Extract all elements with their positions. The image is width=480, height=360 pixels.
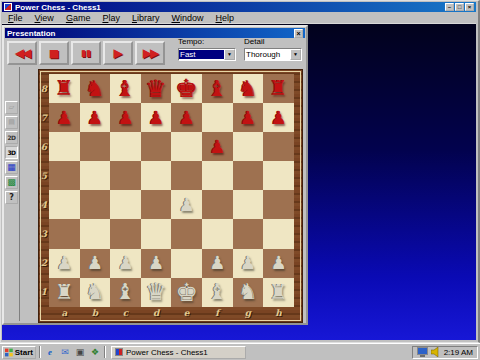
notation-button[interactable]: ▤ [5,116,18,129]
square-e1[interactable]: ♚ [171,278,202,307]
square-b3[interactable] [80,219,111,248]
square-a2[interactable]: ♟ [49,249,80,278]
file-label-h: h [263,308,294,318]
white-knight-piece: ♞ [238,281,258,303]
taskbar-divider [39,346,41,358]
presentation-window: Presentation × ◀◀■▮▮▶▶▶ Tempo: Fast ▼ De… [2,25,308,325]
app-window: Power Chess - Chess1 – □ × FileViewGameP… [0,0,480,343]
square-e3[interactable] [171,219,202,248]
display-settings-icon[interactable] [417,347,428,357]
square-h1[interactable]: ♜ [263,278,294,307]
square-d7[interactable]: ♟ [141,103,172,132]
square-e5[interactable] [171,161,202,190]
white-king-piece: ♚ [175,280,197,305]
detail-label: Detail [244,37,302,46]
window-title: Power Chess - Chess1 [15,3,101,12]
square-b1[interactable]: ♞ [80,278,111,307]
square-h2[interactable]: ♟ [263,249,294,278]
square-f6[interactable]: ♟ [202,132,233,161]
black-pawn-piece: ♟ [117,109,133,127]
detail-select[interactable]: Thorough ▼ [244,48,302,61]
square-a8[interactable]: ♜ [49,74,80,103]
square-e8[interactable]: ♚ [171,74,202,103]
square-d5[interactable] [141,161,172,190]
close-button[interactable]: × [465,3,474,11]
windows-flag-icon [5,348,13,357]
white-bishop-piece: ♝ [207,281,227,303]
square-g5[interactable] [233,161,264,190]
square-h6[interactable] [263,132,294,161]
white-pawn-piece: ♟ [270,254,286,272]
black-queen-piece: ♛ [145,77,167,101]
rank-label-2: 2 [41,258,47,268]
start-button[interactable]: Start [2,346,36,359]
square-c8[interactable]: ♝ [110,74,141,103]
square-a4[interactable] [49,190,80,219]
square-d3[interactable] [141,219,172,248]
square-g4[interactable] [233,190,264,219]
transport-controls: ◀◀■▮▮▶▶▶ [7,41,165,65]
white-pawn-piece: ♟ [56,254,72,272]
pause-icon: ▮▮ [81,49,91,58]
square-h4[interactable] [263,190,294,219]
app-icon [4,3,12,11]
internet-explorer-icon[interactable]: e [44,346,56,358]
piece-set-button[interactable]: ▩ [5,176,18,189]
square-d6[interactable] [141,132,172,161]
square-e7[interactable]: ♟ [171,103,202,132]
stop-icon: ■ [49,48,59,59]
square-a5[interactable] [49,161,80,190]
square-c2[interactable]: ♟ [110,249,141,278]
square-g2[interactable]: ♟ [233,249,264,278]
square-c4[interactable] [110,190,141,219]
presentation-title: Presentation [7,29,55,38]
2d-view-button[interactable]: 2D [5,131,18,144]
white-rook-piece: ♜ [269,282,288,303]
minimize-button[interactable]: – [445,3,454,11]
taskbar-divider [104,346,106,358]
menu-item-help[interactable]: Help [209,13,240,23]
white-pawn-piece: ♟ [87,254,103,272]
chevron-down-icon[interactable]: ▼ [224,49,235,60]
file-label-a: a [49,308,80,318]
menu-item-view[interactable]: View [29,13,60,23]
white-rook-piece: ♜ [55,282,74,303]
square-b7[interactable]: ♟ [80,103,111,132]
rewind-button[interactable]: ◀◀ [7,41,37,65]
white-pawn-piece: ♟ [209,254,225,272]
menu-item-file[interactable]: File [2,13,29,23]
rank-label-5: 5 [41,171,47,181]
square-d8[interactable]: ♛ [141,74,172,103]
square-f7[interactable] [202,103,233,132]
detail-group: Detail Thorough ▼ [244,37,302,61]
square-g6[interactable] [233,132,264,161]
black-pawn-piece: ♟ [240,109,256,127]
board-frame: 87654321 abcdefgh ♜♞♝♛♚♝♞♜♟♟♟♟♟♟♟♟♟♟♟♟♟♟… [38,69,303,323]
square-c7[interactable]: ♟ [110,103,141,132]
black-pawn-piece: ♟ [56,109,72,127]
tempo-group: Tempo: Fast ▼ [178,37,236,61]
black-king-piece: ♚ [175,76,197,101]
square-e4[interactable]: ♟ [171,190,202,219]
square-e6[interactable] [171,132,202,161]
maximize-button[interactable]: □ [455,3,464,11]
rank-labels: 87654321 [39,74,49,307]
file-label-f: f [202,308,233,318]
file-label-c: c [110,308,141,318]
black-pawn-piece: ♟ [270,109,286,127]
black-pawn-piece: ♟ [148,109,164,127]
white-bishop-piece: ♝ [116,281,136,303]
square-g1[interactable]: ♞ [233,278,264,307]
detail-value: Thorough [245,50,290,59]
file-label-b: b [80,308,111,318]
square-f3[interactable] [202,219,233,248]
square-d2[interactable]: ♟ [141,249,172,278]
square-d4[interactable] [141,190,172,219]
tempo-label: Tempo: [178,37,236,46]
black-pawn-piece: ♟ [87,109,103,127]
square-c5[interactable] [110,161,141,190]
white-queen-piece: ♛ [145,280,167,304]
square-f8[interactable]: ♝ [202,74,233,103]
play-icon: ▶ [113,47,122,59]
black-pawn-piece: ♟ [209,138,225,156]
white-pawn-piece: ♟ [179,196,195,214]
black-bishop-piece: ♝ [116,78,136,100]
square-h5[interactable] [263,161,294,190]
volume-icon[interactable] [431,347,441,357]
rank-label-4: 4 [41,200,47,210]
square-c1[interactable]: ♝ [110,278,141,307]
square-a3[interactable] [49,219,80,248]
square-a7[interactable]: ♟ [49,103,80,132]
file-label-g: g [233,308,264,318]
square-h8[interactable]: ♜ [263,74,294,103]
3d-view-button[interactable]: 3D [5,146,18,159]
square-f5[interactable] [202,161,233,190]
black-pawn-piece: ♟ [179,109,195,127]
menu-item-window[interactable]: Window [165,13,209,23]
white-knight-piece: ♞ [85,281,105,303]
square-c6[interactable] [110,132,141,161]
title-bar: Power Chess - Chess1 – □ × [2,2,476,12]
square-g3[interactable] [233,219,264,248]
tempo-select[interactable]: Fast ▼ [178,48,236,61]
file-labels: abcdefgh [49,308,294,318]
square-c3[interactable] [110,219,141,248]
square-h7[interactable]: ♟ [263,103,294,132]
black-rook-piece: ♜ [269,78,288,99]
square-b8[interactable]: ♞ [80,74,111,103]
rewind-icon: ◀◀ [15,47,29,59]
power-chess-icon [115,348,123,356]
square-b2[interactable]: ♟ [80,249,111,278]
black-knight-piece: ♞ [85,78,105,100]
square-a1[interactable]: ♜ [49,278,80,307]
play-button[interactable]: ▶ [103,41,133,65]
rank-label-7: 7 [41,113,47,123]
taskbar: Start e✉▣❖ Power Chess - Chess1 2:19 AM [0,343,480,360]
fast-forward-button[interactable]: ▶▶ [135,41,165,65]
outlook-express-icon[interactable]: ✉ [59,346,71,358]
black-bishop-piece: ♝ [207,78,227,100]
task-button-label: Power Chess - Chess1 [126,348,208,357]
square-b5[interactable] [80,161,111,190]
rank-label-6: 6 [41,142,47,152]
client-area: Presentation × ◀◀■▮▮▶▶▶ Tempo: Fast ▼ De… [2,24,476,340]
fast-forward-icon: ▶▶ [143,47,157,59]
black-knight-piece: ♞ [238,78,258,100]
rank-label-3: 3 [41,229,47,239]
menu-item-play[interactable]: Play [96,13,126,23]
system-tray: 2:19 AM [412,346,478,359]
file-label-d: d [141,308,172,318]
square-f2[interactable]: ♟ [202,249,233,278]
start-label: Start [15,348,33,357]
task-button-power-chess[interactable]: Power Chess - Chess1 [111,346,246,359]
square-a6[interactable] [49,132,80,161]
square-f1[interactable]: ♝ [202,278,233,307]
channels-icon[interactable]: ❖ [89,346,101,358]
clock[interactable]: 2:19 AM [444,348,473,357]
square-g8[interactable]: ♞ [233,74,264,103]
menu-bar: FileViewGamePlayLibraryWindowHelp [2,12,476,24]
square-b6[interactable] [80,132,111,161]
rank-label-8: 8 [41,84,47,94]
menu-item-library[interactable]: Library [126,13,166,23]
pause-button[interactable]: ▮▮ [71,41,101,65]
help-button[interactable]: ? [5,191,18,204]
square-h3[interactable] [263,219,294,248]
library-grid-button[interactable]: ▦ [5,161,18,174]
white-pawn-piece: ♟ [240,254,256,272]
square-f4[interactable] [202,190,233,219]
square-b4[interactable] [80,190,111,219]
rank-label-1: 1 [41,287,47,297]
file-label-e: e [171,308,202,318]
chevron-down-icon[interactable]: ▼ [290,49,301,60]
stop-button[interactable]: ■ [39,41,69,65]
show-desktop-icon[interactable]: ▣ [74,346,86,358]
menu-item-game[interactable]: Game [60,13,97,23]
quick-launch: e✉▣❖ [44,346,101,358]
square-d1[interactable]: ♛ [141,278,172,307]
white-pawn-piece: ♟ [148,254,164,272]
perspective-board-button[interactable]: ▱ [5,101,18,114]
black-rook-piece: ♜ [55,78,74,99]
tempo-value: Fast [179,50,224,59]
chess-board: ♜♞♝♛♚♝♞♜♟♟♟♟♟♟♟♟♟♟♟♟♟♟♟♟♜♞♝♛♚♝♞♜ [49,74,294,307]
square-e2[interactable] [171,249,202,278]
side-toolbar: ▱▤2D3D▦▩? [5,67,20,321]
square-g7[interactable]: ♟ [233,103,264,132]
white-pawn-piece: ♟ [117,254,133,272]
